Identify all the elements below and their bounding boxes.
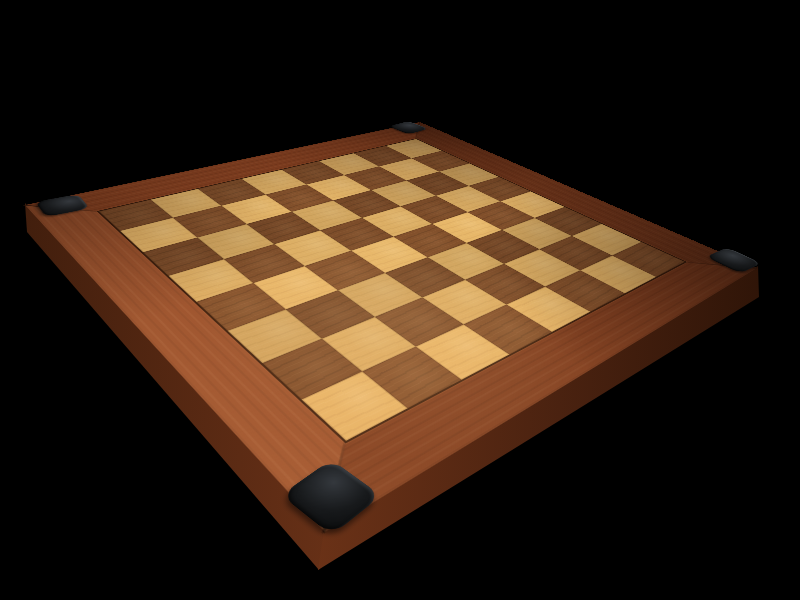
photo-background (0, 0, 800, 600)
